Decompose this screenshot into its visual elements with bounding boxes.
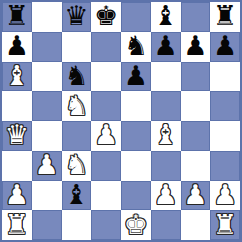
square-c5[interactable]: ♞ (62, 91, 92, 121)
piece-black-bishop[interactable]: ♝ (64, 181, 88, 208)
square-d2[interactable] (91, 181, 121, 211)
square-d6[interactable] (91, 62, 121, 92)
square-g4[interactable] (181, 121, 211, 151)
square-a7[interactable]: ♟ (2, 32, 32, 62)
square-h8[interactable]: ♜ (210, 2, 240, 32)
piece-black-knight[interactable]: ♞ (64, 62, 88, 89)
piece-black-king[interactable]: ♚ (94, 2, 118, 29)
square-b7[interactable] (32, 32, 62, 62)
square-b6[interactable] (32, 62, 62, 92)
piece-white-knight[interactable]: ♞ (64, 151, 88, 178)
square-e3[interactable] (121, 151, 151, 181)
square-b8[interactable] (32, 2, 62, 32)
piece-white-bishop[interactable]: ♝ (154, 121, 178, 148)
piece-black-queen[interactable]: ♛ (64, 2, 88, 29)
piece-white-pawn[interactable]: ♟ (183, 181, 207, 208)
square-h3[interactable] (210, 151, 240, 181)
square-g8[interactable] (181, 2, 211, 32)
piece-black-rook[interactable]: ♜ (213, 2, 237, 29)
piece-white-pawn[interactable]: ♟ (35, 151, 59, 178)
square-f2[interactable]: ♟ (151, 181, 181, 211)
piece-black-pawn[interactable]: ♟ (213, 32, 237, 59)
square-c8[interactable]: ♛ (62, 2, 92, 32)
square-e1[interactable]: ♚ (121, 210, 151, 240)
square-h4[interactable] (210, 121, 240, 151)
square-b4[interactable] (32, 121, 62, 151)
square-f4[interactable]: ♝ (151, 121, 181, 151)
square-e7[interactable]: ♞ (121, 32, 151, 62)
piece-white-pawn[interactable]: ♟ (154, 181, 178, 208)
piece-white-pawn[interactable]: ♟ (5, 181, 29, 208)
square-c4[interactable] (62, 121, 92, 151)
piece-white-king[interactable]: ♚ (124, 211, 148, 238)
piece-white-rook[interactable]: ♜ (5, 211, 29, 238)
square-h5[interactable] (210, 91, 240, 121)
square-d4[interactable]: ♟ (91, 121, 121, 151)
square-a6[interactable]: ♝ (2, 62, 32, 92)
square-a5[interactable] (2, 91, 32, 121)
piece-black-pawn[interactable]: ♟ (5, 32, 29, 59)
square-f5[interactable] (151, 91, 181, 121)
square-c3[interactable]: ♞ (62, 151, 92, 181)
square-h6[interactable] (210, 62, 240, 92)
square-b1[interactable] (32, 210, 62, 240)
square-b5[interactable] (32, 91, 62, 121)
square-h1[interactable]: ♜ (210, 210, 240, 240)
square-d7[interactable] (91, 32, 121, 62)
piece-white-pawn[interactable]: ♟ (213, 181, 237, 208)
piece-white-queen[interactable]: ♛ (5, 121, 29, 148)
piece-black-knight[interactable]: ♞ (124, 32, 148, 59)
piece-black-bishop[interactable]: ♝ (154, 2, 178, 29)
square-h2[interactable]: ♟ (210, 181, 240, 211)
square-c7[interactable] (62, 32, 92, 62)
square-a4[interactable]: ♛ (2, 121, 32, 151)
piece-black-pawn[interactable]: ♟ (183, 32, 207, 59)
square-e2[interactable] (121, 181, 151, 211)
square-c2[interactable]: ♝ (62, 181, 92, 211)
square-g2[interactable]: ♟ (181, 181, 211, 211)
square-c6[interactable]: ♞ (62, 62, 92, 92)
square-b3[interactable]: ♟ (32, 151, 62, 181)
square-e8[interactable] (121, 2, 151, 32)
chess-board: ♜♛♚♝♜♟♞♟♟♟♝♞♟♞♛♟♝♟♞♟♝♟♟♟♜♚♜ (0, 0, 242, 242)
square-g6[interactable] (181, 62, 211, 92)
square-a8[interactable]: ♜ (2, 2, 32, 32)
square-g1[interactable] (181, 210, 211, 240)
square-f8[interactable]: ♝ (151, 2, 181, 32)
square-g3[interactable] (181, 151, 211, 181)
square-b2[interactable] (32, 181, 62, 211)
square-f3[interactable] (151, 151, 181, 181)
piece-black-rook[interactable]: ♜ (5, 2, 29, 29)
square-e5[interactable] (121, 91, 151, 121)
piece-white-knight[interactable]: ♞ (64, 92, 88, 119)
piece-white-rook[interactable]: ♜ (213, 211, 237, 238)
square-a1[interactable]: ♜ (2, 210, 32, 240)
square-d1[interactable] (91, 210, 121, 240)
square-g7[interactable]: ♟ (181, 32, 211, 62)
square-d8[interactable]: ♚ (91, 2, 121, 32)
square-f6[interactable] (151, 62, 181, 92)
piece-white-pawn[interactable]: ♟ (94, 121, 118, 148)
square-c1[interactable] (62, 210, 92, 240)
square-d3[interactable] (91, 151, 121, 181)
square-h7[interactable]: ♟ (210, 32, 240, 62)
piece-black-pawn[interactable]: ♟ (124, 62, 148, 89)
square-e4[interactable] (121, 121, 151, 151)
square-f7[interactable]: ♟ (151, 32, 181, 62)
piece-white-bishop[interactable]: ♝ (5, 62, 29, 89)
piece-black-pawn[interactable]: ♟ (154, 32, 178, 59)
square-f1[interactable] (151, 210, 181, 240)
square-a2[interactable]: ♟ (2, 181, 32, 211)
square-e6[interactable]: ♟ (121, 62, 151, 92)
square-d5[interactable] (91, 91, 121, 121)
square-a3[interactable] (2, 151, 32, 181)
square-g5[interactable] (181, 91, 211, 121)
